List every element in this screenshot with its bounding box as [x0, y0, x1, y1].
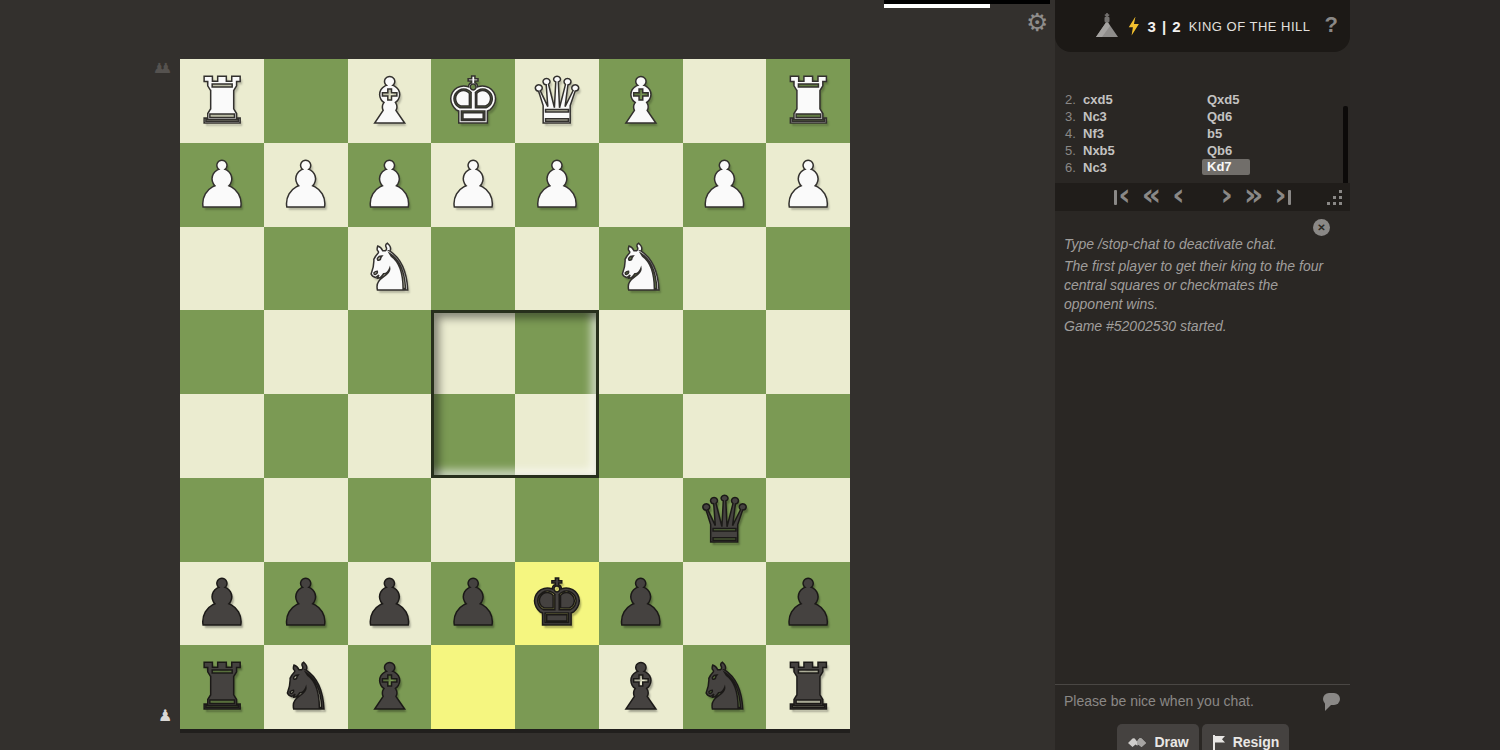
- chat-message: Game #52002530 started.: [1064, 317, 1326, 336]
- resign-button[interactable]: Resign: [1202, 724, 1289, 750]
- square-a6[interactable]: [766, 478, 850, 562]
- square-d7[interactable]: ♚: [515, 562, 599, 646]
- square-e8[interactable]: [431, 645, 515, 729]
- move-navigation: ‹ « ‹ › » ›: [1055, 183, 1350, 211]
- black-knight[interactable]: ♞: [277, 655, 334, 719]
- square-a3[interactable]: [766, 227, 850, 311]
- black-bishop[interactable]: ♝: [612, 655, 669, 719]
- square-b4[interactable]: [683, 310, 767, 394]
- square-e1[interactable]: ♚: [431, 59, 515, 143]
- black-pawn[interactable]: ♟: [277, 571, 334, 635]
- square-d2[interactable]: ♟: [515, 143, 599, 227]
- drag-handle-dots-icon[interactable]: [1327, 190, 1342, 205]
- move-row: 6.Nc3Kd7: [1055, 160, 1350, 177]
- move-list: 2.cxd5Qxd53.Nc3Qd64.Nf3b55.Nxb5Qb66.Nc3K…: [1055, 92, 1350, 177]
- square-e2[interactable]: ♟: [431, 143, 515, 227]
- square-h2[interactable]: ♟: [180, 143, 264, 227]
- square-d6[interactable]: [515, 478, 599, 562]
- chat-bubble-icon: [1323, 693, 1340, 705]
- chat-message: Type /stop-chat to deactivate chat.: [1064, 235, 1326, 254]
- white-move[interactable]: Nc3: [1083, 160, 1107, 175]
- white-pawn[interactable]: ♟: [277, 153, 334, 217]
- square-e4[interactable]: [431, 310, 515, 394]
- square-g7[interactable]: ♟: [264, 562, 348, 646]
- square-f8[interactable]: ♝: [348, 645, 432, 729]
- square-g1[interactable]: [264, 59, 348, 143]
- square-g8[interactable]: ♞: [264, 645, 348, 729]
- square-e7[interactable]: ♟: [431, 562, 515, 646]
- king-of-the-hill-icon: [1094, 13, 1120, 39]
- square-d3[interactable]: [515, 227, 599, 311]
- white-pawn[interactable]: ♟: [696, 153, 753, 217]
- square-f5[interactable]: [348, 394, 432, 478]
- chat-message: The first player to get their king to th…: [1064, 257, 1326, 314]
- move-row: 2.cxd5Qxd5: [1055, 92, 1350, 109]
- square-c4[interactable]: [599, 310, 683, 394]
- black-move[interactable]: Qb6: [1207, 143, 1232, 158]
- chat-input[interactable]: [1064, 690, 1312, 712]
- black-knight[interactable]: ♞: [696, 655, 753, 719]
- black-pawn[interactable]: ♟: [193, 571, 250, 635]
- white-move[interactable]: Nf3: [1083, 126, 1104, 141]
- move-list-scrollbar[interactable]: [1343, 106, 1348, 186]
- move-row: 3.Nc3Qd6: [1055, 109, 1350, 126]
- square-c5[interactable]: [599, 394, 683, 478]
- square-g2[interactable]: ♟: [264, 143, 348, 227]
- white-pawn[interactable]: ♟: [193, 153, 250, 217]
- square-h4[interactable]: [180, 310, 264, 394]
- variant-name: KING OF THE HILL: [1189, 19, 1311, 34]
- square-h3[interactable]: [180, 227, 264, 311]
- square-a7[interactable]: ♟: [766, 562, 850, 646]
- chat-close-icon[interactable]: ✕: [1313, 219, 1330, 236]
- black-move[interactable]: Qd6: [1207, 109, 1232, 124]
- white-bishop[interactable]: ♝: [361, 69, 418, 133]
- square-a2[interactable]: ♟: [766, 143, 850, 227]
- game-header: 3 | 2 KING OF THE HILL ?: [1055, 0, 1350, 52]
- white-pawn[interactable]: ♟: [361, 153, 418, 217]
- square-h1[interactable]: ♜: [180, 59, 264, 143]
- square-c8[interactable]: ♝: [599, 645, 683, 729]
- move-row: 4.Nf3b5: [1055, 126, 1350, 143]
- square-e3[interactable]: [431, 227, 515, 311]
- white-move[interactable]: cxd5: [1083, 92, 1113, 107]
- chat-input-divider: [1055, 684, 1350, 685]
- square-a4[interactable]: [766, 310, 850, 394]
- square-d1[interactable]: ♛: [515, 59, 599, 143]
- white-rook[interactable]: ♜: [779, 69, 836, 133]
- square-a5[interactable]: [766, 394, 850, 478]
- square-e5[interactable]: [431, 394, 515, 478]
- square-g5[interactable]: [264, 394, 348, 478]
- black-rook[interactable]: ♜: [779, 655, 836, 719]
- black-move[interactable]: Kd7: [1202, 159, 1250, 175]
- square-d4[interactable]: [515, 310, 599, 394]
- forward-button[interactable]: ›: [1221, 187, 1233, 207]
- white-move[interactable]: Nxb5: [1083, 143, 1115, 158]
- square-g6[interactable]: [264, 478, 348, 562]
- white-rook[interactable]: ♜: [193, 69, 250, 133]
- black-pawn[interactable]: ♟: [361, 571, 418, 635]
- square-b2[interactable]: ♟: [683, 143, 767, 227]
- fast-forward-button[interactable]: »: [1244, 187, 1263, 207]
- square-h6[interactable]: [180, 478, 264, 562]
- square-d8[interactable]: [515, 645, 599, 729]
- handshake-icon: [1127, 735, 1147, 749]
- back-button[interactable]: ‹: [1172, 187, 1184, 207]
- white-pawn[interactable]: ♟: [444, 153, 501, 217]
- draw-button[interactable]: Draw: [1117, 724, 1199, 750]
- square-b8[interactable]: ♞: [683, 645, 767, 729]
- chat-log: Type /stop-chat to deactivate chat.The f…: [1064, 235, 1326, 339]
- move-row: 5.Nxb5Qb6: [1055, 143, 1350, 160]
- black-king[interactable]: ♚: [528, 571, 585, 635]
- square-c2[interactable]: [599, 143, 683, 227]
- fast-back-button[interactable]: «: [1142, 187, 1161, 207]
- resign-label: Resign: [1233, 734, 1280, 750]
- white-king[interactable]: ♚: [444, 69, 501, 133]
- game-sidebar: 3 | 2 KING OF THE HILL ? 2.cxd5Qxd53.Nc3…: [1055, 0, 1350, 750]
- square-g4[interactable]: [264, 310, 348, 394]
- black-bishop[interactable]: ♝: [361, 655, 418, 719]
- square-h5[interactable]: [180, 394, 264, 478]
- square-f1[interactable]: ♝: [348, 59, 432, 143]
- draw-label: Draw: [1154, 734, 1188, 750]
- pawn-icon: ♟: [158, 706, 172, 725]
- black-move[interactable]: b5: [1207, 126, 1222, 141]
- top-white-bar: [884, 4, 990, 8]
- square-f4[interactable]: [348, 310, 432, 394]
- blitz-bolt-icon: [1127, 17, 1140, 36]
- white-knight[interactable]: ♞: [361, 236, 418, 300]
- square-f3[interactable]: ♞: [348, 227, 432, 311]
- settings-gear-icon[interactable]: ⚙: [1026, 8, 1048, 37]
- white-pawn[interactable]: ♟: [779, 153, 836, 217]
- black-queen[interactable]: ♛: [696, 488, 753, 552]
- black-pawn[interactable]: ♟: [779, 571, 836, 635]
- players-pawns-icon: ♟♟: [153, 60, 166, 76]
- black-pawn[interactable]: ♟: [444, 571, 501, 635]
- square-h7[interactable]: ♟: [180, 562, 264, 646]
- square-f7[interactable]: ♟: [348, 562, 432, 646]
- black-rook[interactable]: ♜: [193, 655, 250, 719]
- square-b1[interactable]: [683, 59, 767, 143]
- white-bishop[interactable]: ♝: [612, 69, 669, 133]
- white-queen[interactable]: ♛: [528, 69, 585, 133]
- square-c7[interactable]: ♟: [599, 562, 683, 646]
- square-f2[interactable]: ♟: [348, 143, 432, 227]
- black-pawn[interactable]: ♟: [612, 571, 669, 635]
- chess-board[interactable]: ♜♝♚♛♝♜♟♟♟♟♟♟♟♞♞♛♟♟♟♟♚♟♟♜♞♝♝♞♜: [180, 59, 850, 729]
- square-b7[interactable]: [683, 562, 767, 646]
- square-f6[interactable]: [348, 478, 432, 562]
- square-h8[interactable]: ♜: [180, 645, 264, 729]
- square-c1[interactable]: ♝: [599, 59, 683, 143]
- go-to-start-button[interactable]: ‹: [1114, 187, 1130, 207]
- square-c6[interactable]: [599, 478, 683, 562]
- white-knight[interactable]: ♞: [612, 236, 669, 300]
- help-button[interactable]: ?: [1325, 12, 1338, 38]
- square-e6[interactable]: [431, 478, 515, 562]
- app-stage: ⚙ ♟♟ ♟ ♜♝♚♛♝♜♟♟♟♟♟♟♟♞♞♛♟♟♟♟♚♟♟♜♞♝♝♞♜ 3 |…: [0, 0, 1500, 750]
- black-move[interactable]: Qxd5: [1207, 92, 1240, 107]
- square-b5[interactable]: [683, 394, 767, 478]
- square-d5[interactable]: [515, 394, 599, 478]
- square-g3[interactable]: [264, 227, 348, 311]
- square-a1[interactable]: ♜: [766, 59, 850, 143]
- square-c3[interactable]: ♞: [599, 227, 683, 311]
- time-control: 3 | 2: [1147, 18, 1181, 35]
- right-gutter: [1350, 0, 1500, 750]
- square-a8[interactable]: ♜: [766, 645, 850, 729]
- square-b3[interactable]: [683, 227, 767, 311]
- go-to-end-button[interactable]: ›: [1274, 187, 1290, 207]
- square-b6[interactable]: ♛: [683, 478, 767, 562]
- white-move[interactable]: Nc3: [1083, 109, 1107, 124]
- resign-flag-icon: [1212, 735, 1226, 750]
- white-pawn[interactable]: ♟: [528, 153, 585, 217]
